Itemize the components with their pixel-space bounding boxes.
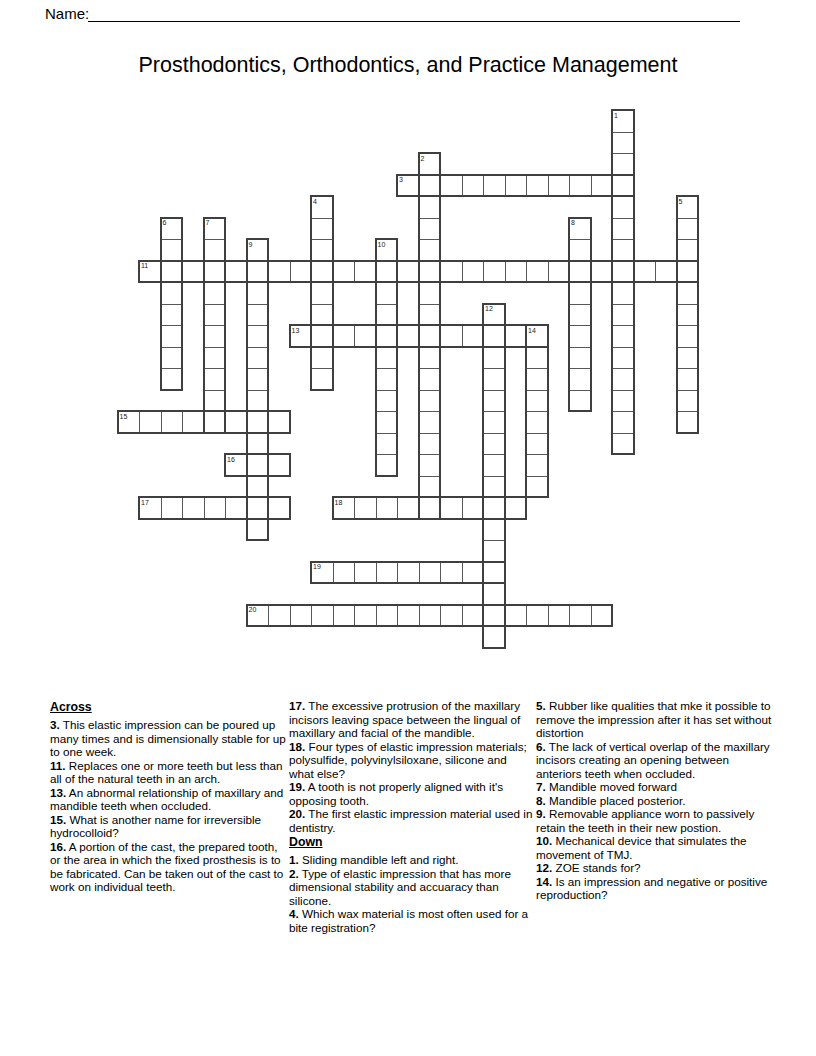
grid-cell-r12c2[interactable] — [161, 368, 184, 391]
grid-cell-r6c12[interactable] — [376, 239, 399, 262]
grid-cell-r18c6[interactable] — [247, 497, 270, 520]
grid-cell-r3c19[interactable] — [526, 175, 549, 198]
grid-cell-r18c14[interactable] — [419, 497, 442, 520]
grid-cell-r12c9[interactable] — [311, 368, 334, 391]
clues-column-1: Across3. This elastic impression can be … — [50, 699, 286, 894]
grid-cell-r10c8[interactable] — [290, 325, 313, 348]
clue-item-9: 9. Removable appliance worn to passively… — [536, 807, 773, 834]
grid-cell-r9c23[interactable] — [612, 304, 635, 327]
grid-cell-r23c6[interactable] — [247, 605, 270, 628]
grid-cell-r12c23[interactable] — [612, 368, 635, 391]
grid-cell-r5c26[interactable] — [677, 218, 700, 241]
grid-cell-r3c18[interactable] — [505, 175, 528, 198]
grid-cell-r9c21[interactable] — [569, 304, 592, 327]
grid-cell-r15c6[interactable] — [247, 433, 270, 456]
grid-cell-r14c12[interactable] — [376, 411, 399, 434]
grid-cell-r4c23[interactable] — [612, 196, 635, 219]
grid-cell-r2c14[interactable] — [419, 153, 442, 176]
grid-cell-r12c4[interactable] — [204, 368, 227, 391]
grid-cell-r22c17[interactable] — [483, 583, 506, 606]
grid-cell-r14c5[interactable] — [225, 411, 248, 434]
grid-cell-r8c14[interactable] — [419, 282, 442, 305]
grid-cell-r7c22[interactable] — [591, 261, 614, 284]
grid-cell-r14c17[interactable] — [483, 411, 506, 434]
clue-item-19: 19. A tooth is not properly aligned with… — [289, 780, 534, 807]
grid-cell-r18c13[interactable] — [397, 497, 420, 520]
grid-cell-r8c2[interactable] — [161, 282, 184, 305]
grid-cell-r11c4[interactable] — [204, 347, 227, 370]
grid-cell-r10c16[interactable] — [462, 325, 485, 348]
grid-cell-r14c3[interactable] — [182, 411, 205, 434]
grid-cell-r13c12[interactable] — [376, 390, 399, 413]
grid-cell-r18c11[interactable] — [354, 497, 377, 520]
grid-cell-r7c8[interactable] — [290, 261, 313, 284]
grid-cell-r11c19[interactable] — [526, 347, 549, 370]
grid-cell-r12c14[interactable] — [419, 368, 442, 391]
grid-cell-r21c16[interactable] — [462, 562, 485, 585]
grid-cell-r5c2[interactable] — [161, 218, 184, 241]
grid-cell-r11c14[interactable] — [419, 347, 442, 370]
grid-cell-r7c15[interactable] — [440, 261, 463, 284]
grid-cell-r7c16[interactable] — [462, 261, 485, 284]
grid-cell-r23c15[interactable] — [440, 605, 463, 628]
grid-cell-r18c17[interactable] — [483, 497, 506, 520]
grid-cell-r10c14[interactable] — [419, 325, 442, 348]
grid-cell-r11c21[interactable] — [569, 347, 592, 370]
clue-item-2: 2. Type of elastic impression that has m… — [289, 867, 534, 908]
grid-cell-r3c23[interactable] — [612, 175, 635, 198]
grid-cell-r18c2[interactable] — [161, 497, 184, 520]
clue-item-11: 11. Replaces one or more teeth but less … — [50, 759, 286, 786]
grid-cell-r6c4[interactable] — [204, 239, 227, 262]
clue-item-14: 14. Is an impression and negative or pos… — [536, 875, 773, 902]
grid-cell-r14c6[interactable] — [247, 411, 270, 434]
grid-cell-r13c17[interactable] — [483, 390, 506, 413]
grid-cell-r7c1[interactable] — [139, 261, 162, 284]
grid-cell-r23c11[interactable] — [354, 605, 377, 628]
grid-cell-r10c15[interactable] — [440, 325, 463, 348]
grid-cell-r23c12[interactable] — [376, 605, 399, 628]
grid-cell-r7c11[interactable] — [354, 261, 377, 284]
grid-cell-r16c17[interactable] — [483, 454, 506, 477]
puzzle-title: Prosthodontics, Orthodontics, and Practi… — [0, 53, 816, 78]
grid-cell-r3c13[interactable] — [397, 175, 420, 198]
clue-item-13: 13. An abnormal relationship of maxillar… — [50, 786, 286, 813]
grid-cell-r10c10[interactable] — [333, 325, 356, 348]
grid-cell-r3c17[interactable] — [483, 175, 506, 198]
grid-cell-r23c20[interactable] — [548, 605, 571, 628]
grid-cell-r7c4[interactable] — [204, 261, 227, 284]
grid-cell-r15c14[interactable] — [419, 433, 442, 456]
clue-item-12: 12. ZOE stands for? — [536, 861, 773, 875]
grid-cell-r23c14[interactable] — [419, 605, 442, 628]
grid-cell-r14c23[interactable] — [612, 411, 635, 434]
grid-cell-r5c4[interactable] — [204, 218, 227, 241]
grid-cell-r7c24[interactable] — [634, 261, 657, 284]
grid-cell-r8c26[interactable] — [677, 282, 700, 305]
grid-cell-r7c7[interactable] — [268, 261, 291, 284]
grid-cell-r21c14[interactable] — [419, 562, 442, 585]
grid-cell-r10c2[interactable] — [161, 325, 184, 348]
grid-cell-r7c2[interactable] — [161, 261, 184, 284]
grid-cell-r7c19[interactable] — [526, 261, 549, 284]
grid-cell-r12c26[interactable] — [677, 368, 700, 391]
grid-cell-r7c21[interactable] — [569, 261, 592, 284]
grid-cell-r12c6[interactable] — [247, 368, 270, 391]
grid-cell-r8c9[interactable] — [311, 282, 334, 305]
grid-cell-r6c2[interactable] — [161, 239, 184, 262]
grid-cell-r18c15[interactable] — [440, 497, 463, 520]
grid-cell-r24c17[interactable] — [483, 626, 506, 649]
grid-cell-r18c1[interactable] — [139, 497, 162, 520]
grid-cell-r9c17[interactable] — [483, 304, 506, 327]
grid-cell-r20c17[interactable] — [483, 540, 506, 563]
grid-cell-r23c21[interactable] — [569, 605, 592, 628]
grid-cell-r23c17[interactable] — [483, 605, 506, 628]
clue-item-3: 3. This elastic impression can be poured… — [50, 718, 286, 759]
grid-cell-r21c9[interactable] — [311, 562, 334, 585]
grid-cell-r17c14[interactable] — [419, 476, 442, 499]
grid-cell-r9c9[interactable] — [311, 304, 334, 327]
grid-cell-r13c26[interactable] — [677, 390, 700, 413]
grid-cell-r10c18[interactable] — [505, 325, 528, 348]
grid-cell-r17c17[interactable] — [483, 476, 506, 499]
grid-cell-r5c9[interactable] — [311, 218, 334, 241]
grid-cell-r11c9[interactable] — [311, 347, 334, 370]
grid-cell-r3c20[interactable] — [548, 175, 571, 198]
grid-cell-r7c13[interactable] — [397, 261, 420, 284]
grid-cell-r7c26[interactable] — [677, 261, 700, 284]
grid-cell-r7c10[interactable] — [333, 261, 356, 284]
grid-cell-r13c19[interactable] — [526, 390, 549, 413]
grid-cell-r18c3[interactable] — [182, 497, 205, 520]
grid-cell-r10c19[interactable] — [526, 325, 549, 348]
grid-cell-r16c5[interactable] — [225, 454, 248, 477]
grid-cell-r11c12[interactable] — [376, 347, 399, 370]
grid-cell-r21c12[interactable] — [376, 562, 399, 585]
grid-cell-r9c14[interactable] — [419, 304, 442, 327]
grid-cell-r23c8[interactable] — [290, 605, 313, 628]
grid-cell-r18c16[interactable] — [462, 497, 485, 520]
grid-cell-r7c17[interactable] — [483, 261, 506, 284]
grid-cell-r6c21[interactable] — [569, 239, 592, 262]
clue-item-5: 5. Rubber like qualities that mke it pos… — [536, 699, 773, 740]
grid-cell-r7c3[interactable] — [182, 261, 205, 284]
grid-cell-r15c19[interactable] — [526, 433, 549, 456]
clue-item-16: 16. A portion of the cast, the prepared … — [50, 840, 286, 894]
grid-cell-r4c14[interactable] — [419, 196, 442, 219]
grid-cell-r18c18[interactable] — [505, 497, 528, 520]
grid-cell-r13c23[interactable] — [612, 390, 635, 413]
grid-cell-r6c6[interactable] — [247, 239, 270, 262]
grid-cell-r12c21[interactable] — [569, 368, 592, 391]
grid-cell-r7c20[interactable] — [548, 261, 571, 284]
grid-cell-r21c17[interactable] — [483, 562, 506, 585]
grid-cell-r7c12[interactable] — [376, 261, 399, 284]
clue-item-20: 20. The first elastic impression materia… — [289, 807, 534, 834]
grid-cell-r7c25[interactable] — [655, 261, 678, 284]
grid-cell-r7c23[interactable] — [612, 261, 635, 284]
grid-cell-r13c14[interactable] — [419, 390, 442, 413]
grid-cell-r14c19[interactable] — [526, 411, 549, 434]
grid-cell-r21c10[interactable] — [333, 562, 356, 585]
grid-cell-r3c21[interactable] — [569, 175, 592, 198]
grid-cell-r16c6[interactable] — [247, 454, 270, 477]
clue-item-1: 1. Sliding mandible left and right. — [289, 853, 534, 867]
grid-cell-r15c17[interactable] — [483, 433, 506, 456]
grid-cell-r13c4[interactable] — [204, 390, 227, 413]
grid-cell-r14c14[interactable] — [419, 411, 442, 434]
grid-cell-r8c12[interactable] — [376, 282, 399, 305]
grid-cell-r10c17[interactable] — [483, 325, 506, 348]
grid-cell-r10c13[interactable] — [397, 325, 420, 348]
grid-cell-r1c23[interactable] — [612, 132, 635, 155]
grid-cell-r10c4[interactable] — [204, 325, 227, 348]
grid-cell-r8c6[interactable] — [247, 282, 270, 305]
grid-cell-r6c23[interactable] — [612, 239, 635, 262]
grid-cell-r10c23[interactable] — [612, 325, 635, 348]
grid-cell-r9c6[interactable] — [247, 304, 270, 327]
grid-cell-r6c14[interactable] — [419, 239, 442, 262]
grid-cell-r13c21[interactable] — [569, 390, 592, 413]
grid-cell-r23c19[interactable] — [526, 605, 549, 628]
name-label: Name: — [45, 5, 89, 22]
grid-cell-r10c6[interactable] — [247, 325, 270, 348]
grid-cell-r23c18[interactable] — [505, 605, 528, 628]
grid-cell-r10c9[interactable] — [311, 325, 334, 348]
grid-cell-r3c16[interactable] — [462, 175, 485, 198]
grid-cell-r3c15[interactable] — [440, 175, 463, 198]
grid-cell-r19c17[interactable] — [483, 519, 506, 542]
grid-cell-r16c19[interactable] — [526, 454, 549, 477]
grid-cell-r18c5[interactable] — [225, 497, 248, 520]
grid-cell-r18c4[interactable] — [204, 497, 227, 520]
grid-cell-r8c23[interactable] — [612, 282, 635, 305]
clues-section-header-across: Across — [50, 700, 286, 714]
crossword-grid: 3111315161718192012456789101214 — [118, 110, 700, 649]
clues-column-3: 5. Rubber like qualities that mke it pos… — [536, 699, 773, 902]
clues-column-2: 17. The excessive protrusion of the maxi… — [289, 699, 534, 934]
clue-item-15: 15. What is another name for irreversibl… — [50, 813, 286, 840]
grid-cell-r3c14[interactable] — [419, 175, 442, 198]
grid-cell-r23c7[interactable] — [268, 605, 291, 628]
grid-cell-r4c9[interactable] — [311, 196, 334, 219]
grid-cell-r16c12[interactable] — [376, 454, 399, 477]
grid-cell-r5c14[interactable] — [419, 218, 442, 241]
grid-cell-r9c12[interactable] — [376, 304, 399, 327]
grid-cell-r9c4[interactable] — [204, 304, 227, 327]
grid-cell-r7c14[interactable] — [419, 261, 442, 284]
grid-cell-r18c7[interactable] — [268, 497, 291, 520]
grid-cell-r14c4[interactable] — [204, 411, 227, 434]
grid-cell-r9c2[interactable] — [161, 304, 184, 327]
grid-cell-r7c5[interactable] — [225, 261, 248, 284]
clue-item-4: 4. Which wax material is most often used… — [289, 907, 534, 934]
grid-cell-r14c2[interactable] — [161, 411, 184, 434]
grid-cell-r14c26[interactable] — [677, 411, 700, 434]
grid-cell-r0c23[interactable] — [612, 110, 635, 133]
grid-cell-r7c18[interactable] — [505, 261, 528, 284]
grid-cell-r13c6[interactable] — [247, 390, 270, 413]
grid-cell-r14c7[interactable] — [268, 411, 291, 434]
grid-cell-r17c19[interactable] — [526, 476, 549, 499]
grid-cell-r10c26[interactable] — [677, 325, 700, 348]
clue-item-8: 8. Mandible placed posterior. — [536, 794, 773, 808]
clue-item-10: 10. Mechanical device that simulates the… — [536, 834, 773, 861]
grid-cell-r23c13[interactable] — [397, 605, 420, 628]
grid-cell-r21c11[interactable] — [354, 562, 377, 585]
grid-cell-r12c12[interactable] — [376, 368, 399, 391]
grid-cell-r15c12[interactable] — [376, 433, 399, 456]
grid-cell-r23c22[interactable] — [591, 605, 614, 628]
grid-cell-r18c12[interactable] — [376, 497, 399, 520]
grid-cell-r21c15[interactable] — [440, 562, 463, 585]
grid-cell-r4c26[interactable] — [677, 196, 700, 219]
grid-cell-r7c9[interactable] — [311, 261, 334, 284]
grid-cell-r8c4[interactable] — [204, 282, 227, 305]
grid-cell-r16c7[interactable] — [268, 454, 291, 477]
grid-cell-r11c2[interactable] — [161, 347, 184, 370]
grid-cell-r6c26[interactable] — [677, 239, 700, 262]
grid-cell-r5c23[interactable] — [612, 218, 635, 241]
grid-cell-r17c6[interactable] — [247, 476, 270, 499]
grid-cell-r6c9[interactable] — [311, 239, 334, 262]
grid-cell-r11c23[interactable] — [612, 347, 635, 370]
grid-cell-r23c16[interactable] — [462, 605, 485, 628]
grid-cell-r2c23[interactable] — [612, 153, 635, 176]
grid-cell-r14c0[interactable] — [118, 411, 141, 434]
grid-cell-r10c11[interactable] — [354, 325, 377, 348]
grid-cell-r3c22[interactable] — [591, 175, 614, 198]
name-fill-line[interactable] — [88, 6, 740, 22]
grid-cell-r23c9[interactable] — [311, 605, 334, 628]
grid-cell-r16c14[interactable] — [419, 454, 442, 477]
clue-item-18: 18. Four types of elastic impression mat… — [289, 740, 534, 781]
grid-cell-r18c10[interactable] — [333, 497, 356, 520]
grid-cell-r12c19[interactable] — [526, 368, 549, 391]
grid-cell-r5c21[interactable] — [569, 218, 592, 241]
grid-cell-r11c26[interactable] — [677, 347, 700, 370]
clue-item-6: 6. The lack of vertical overlap of the m… — [536, 740, 773, 781]
grid-cell-r21c13[interactable] — [397, 562, 420, 585]
grid-cell-r10c21[interactable] — [569, 325, 592, 348]
grid-cell-r12c17[interactable] — [483, 368, 506, 391]
grid-cell-r9c26[interactable] — [677, 304, 700, 327]
grid-cell-r11c17[interactable] — [483, 347, 506, 370]
clues-section-header-down: Down — [289, 835, 534, 849]
grid-cell-r14c1[interactable] — [139, 411, 162, 434]
grid-cell-r8c21[interactable] — [569, 282, 592, 305]
clue-item-17: 17. The excessive protrusion of the maxi… — [289, 699, 534, 740]
grid-cell-r19c6[interactable] — [247, 519, 270, 542]
grid-cell-r11c6[interactable] — [247, 347, 270, 370]
grid-cell-r7c6[interactable] — [247, 261, 270, 284]
grid-cell-r10c12[interactable] — [376, 325, 399, 348]
clue-item-7: 7. Mandible moved forward — [536, 780, 773, 794]
grid-cell-r15c23[interactable] — [612, 433, 635, 456]
grid-cell-r23c10[interactable] — [333, 605, 356, 628]
